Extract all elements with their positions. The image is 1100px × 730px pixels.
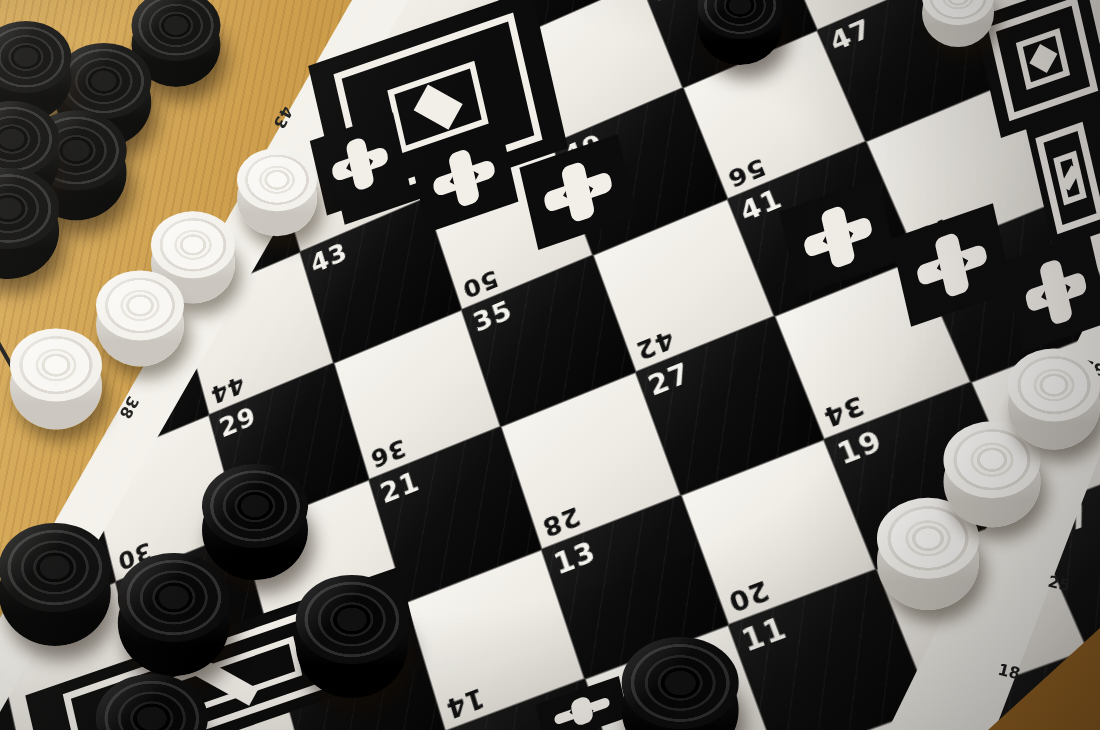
square-number: 55 <box>648 0 696 7</box>
checkers-board: 5251553837444350495647302936354241482221… <box>0 0 1100 730</box>
photo-scene: 5251553837444350495647302936354241482221… <box>0 0 1100 730</box>
board-squares-grid: 5251553837444350495647302936354241482221… <box>0 0 1100 730</box>
